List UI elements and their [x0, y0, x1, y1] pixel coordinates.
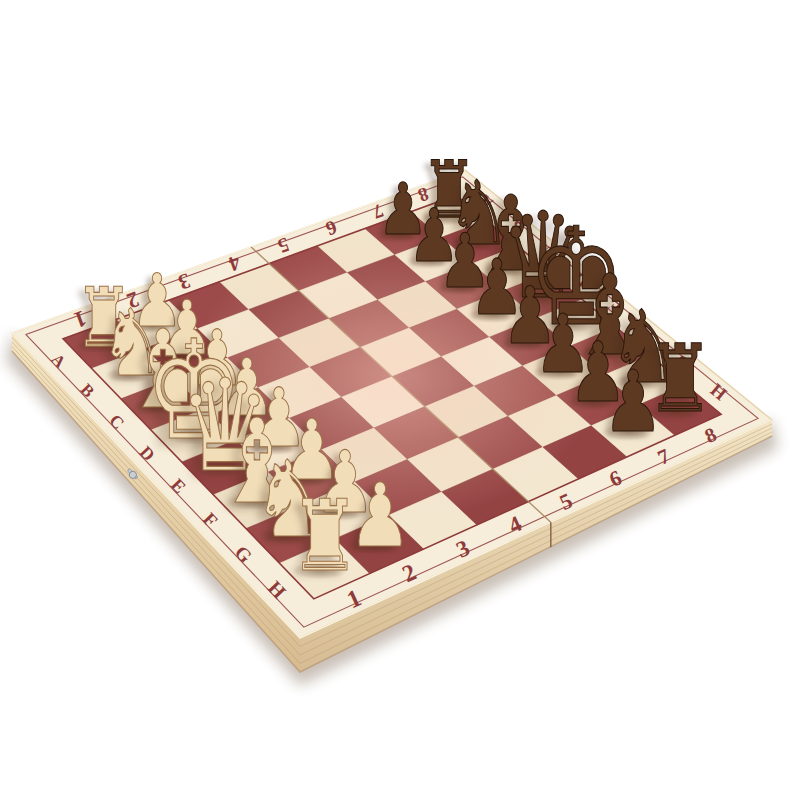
- clasp-latch-pin: [129, 471, 136, 478]
- chess-board: AA11BB22CC33DD44EE55FF66GG77HH88: [0, 0, 800, 800]
- chess-set-photo: AA11BB22CC33DD44EE55FF66GG77HH88 ♜♞♝♛♚♝♞…: [0, 0, 800, 800]
- center-light-reflection: [187, 232, 597, 522]
